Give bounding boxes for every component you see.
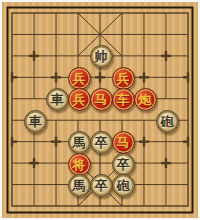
piece-black-chariot[interactable]: 車 — [46, 88, 69, 111]
piece-red-soldier[interactable]: 兵 — [68, 88, 91, 111]
piece-black-chariot[interactable]: 車 — [24, 110, 47, 133]
piece-black-cannon[interactable]: 砲 — [156, 110, 179, 133]
piece-red-cannon[interactable]: 炮 — [134, 88, 157, 111]
piece-black-cannon[interactable]: 砲 — [112, 174, 135, 197]
piece-black-soldier[interactable]: 卒 — [90, 131, 113, 154]
piece-black-horse[interactable]: 馬 — [68, 131, 91, 154]
piece-red-general[interactable]: 将 — [68, 153, 91, 176]
xiangqi-board[interactable]: 帅兵兵車兵马车炮車砲馬卒马将卒馬卒砲 — [0, 0, 200, 220]
piece-red-soldier[interactable]: 兵 — [68, 67, 91, 90]
piece-red-soldier[interactable]: 兵 — [112, 67, 135, 90]
piece-red-horse[interactable]: 马 — [112, 131, 135, 154]
piece-black-soldier[interactable]: 卒 — [112, 153, 135, 176]
piece-red-chariot[interactable]: 车 — [112, 88, 135, 111]
piece-black-general[interactable]: 帅 — [90, 45, 113, 68]
xiangqi-app: 帅兵兵車兵马车炮車砲馬卒马将卒馬卒砲 — [0, 0, 200, 220]
piece-black-horse[interactable]: 馬 — [68, 174, 91, 197]
piece-red-horse[interactable]: 马 — [90, 88, 113, 111]
piece-black-soldier[interactable]: 卒 — [90, 174, 113, 197]
